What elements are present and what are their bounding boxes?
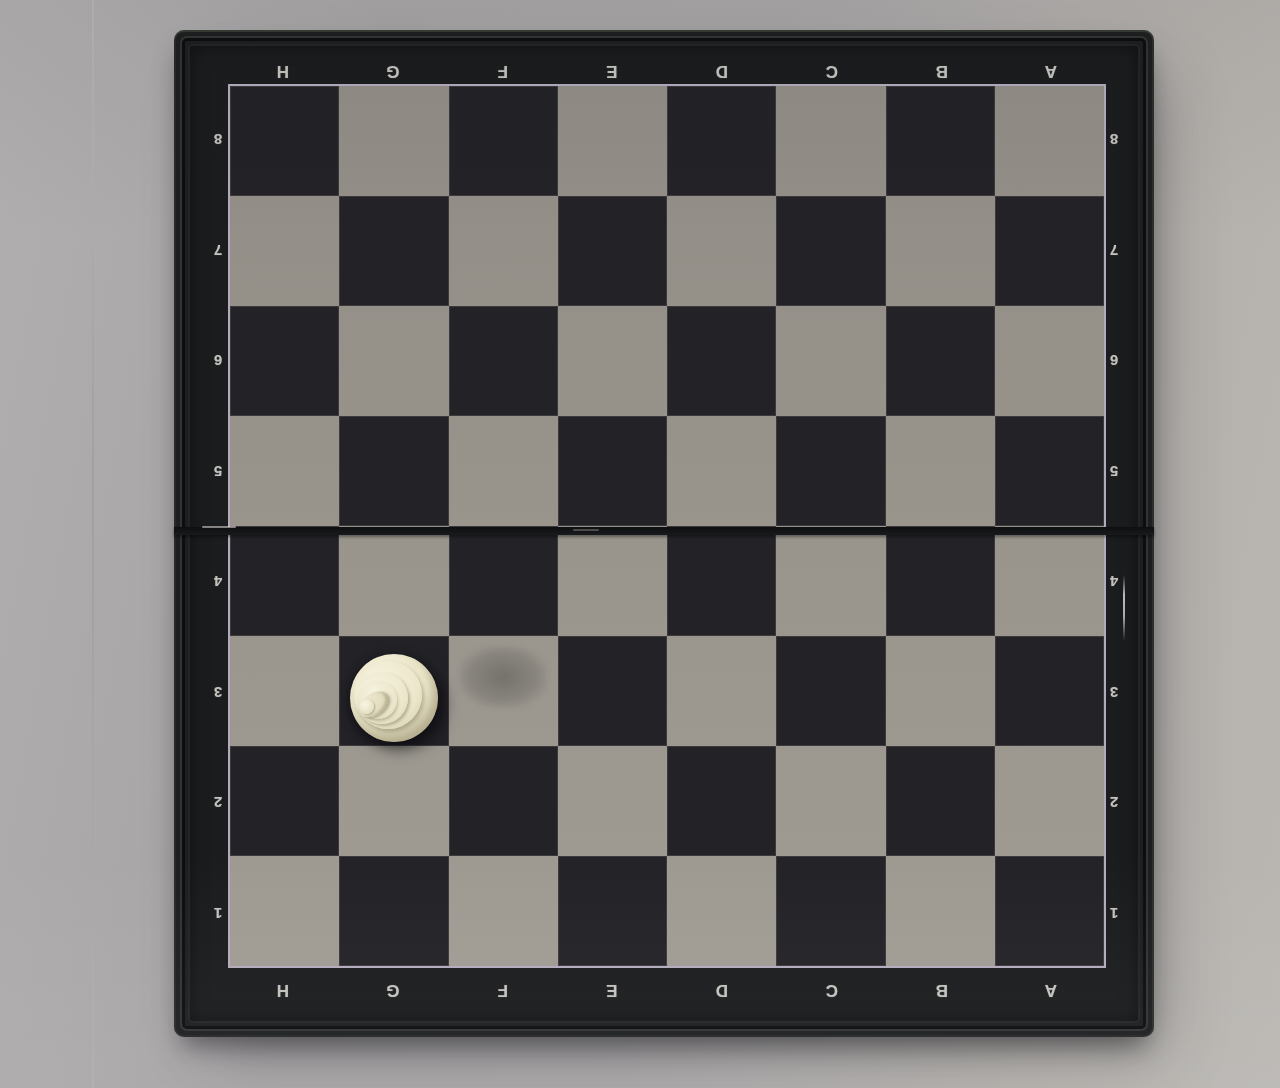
file-label: F xyxy=(448,61,558,81)
square-c2[interactable] xyxy=(776,746,885,856)
file-label: E xyxy=(557,980,667,1000)
rank-label: 8 xyxy=(208,84,228,195)
file-label: H xyxy=(228,980,338,1000)
file-label: G xyxy=(338,61,448,81)
seam-highlight-left xyxy=(202,526,236,528)
square-c5[interactable] xyxy=(776,416,885,526)
rank-label: 5 xyxy=(208,416,228,527)
rank-label: 2 xyxy=(1104,747,1124,858)
photo-backdrop: HGFEDCBA HGFEDCBA 87654321 87654321 ♔ xyxy=(0,0,1280,1088)
rank-label: 4 xyxy=(1104,526,1124,637)
square-b3[interactable] xyxy=(886,636,995,746)
square-f6[interactable] xyxy=(449,306,558,416)
square-a6[interactable] xyxy=(995,306,1104,416)
rank-label: 6 xyxy=(208,305,228,416)
square-e3[interactable] xyxy=(558,636,667,746)
rank-label: 2 xyxy=(208,747,228,858)
file-label: A xyxy=(996,61,1106,81)
square-h5[interactable] xyxy=(230,416,339,526)
square-b7[interactable] xyxy=(886,196,995,306)
hinge-highlight xyxy=(1123,575,1125,641)
square-g4[interactable] xyxy=(339,526,448,636)
square-a7[interactable] xyxy=(995,196,1104,306)
square-e4[interactable] xyxy=(558,526,667,636)
file-label: F xyxy=(448,980,558,1000)
rank-labels-right: 87654321 xyxy=(1104,84,1124,968)
square-a2[interactable] xyxy=(995,746,1104,856)
file-labels-bottom: HGFEDCBA xyxy=(228,980,1106,1000)
square-e8[interactable] xyxy=(558,86,667,196)
square-g6[interactable] xyxy=(339,306,448,416)
square-h4[interactable] xyxy=(230,526,339,636)
square-f5[interactable] xyxy=(449,416,558,526)
rank-label: 3 xyxy=(208,637,228,748)
file-label: E xyxy=(557,61,667,81)
square-g1[interactable] xyxy=(339,856,448,966)
file-label: G xyxy=(338,980,448,1000)
square-d2[interactable] xyxy=(667,746,776,856)
square-a5[interactable] xyxy=(995,416,1104,526)
square-c1[interactable] xyxy=(776,856,885,966)
square-a4[interactable] xyxy=(995,526,1104,636)
square-f8[interactable] xyxy=(449,86,558,196)
board-grid: ♔ xyxy=(230,86,1104,966)
backdrop-seam xyxy=(92,0,94,1088)
square-b4[interactable] xyxy=(886,526,995,636)
square-e5[interactable] xyxy=(558,416,667,526)
blur-shadow-f3 xyxy=(459,646,547,708)
square-e2[interactable] xyxy=(558,746,667,856)
square-d6[interactable] xyxy=(667,306,776,416)
square-g7[interactable] xyxy=(339,196,448,306)
rank-label: 8 xyxy=(1104,84,1124,195)
rank-label: 1 xyxy=(1104,858,1124,969)
file-label: C xyxy=(777,980,887,1000)
square-e1[interactable] xyxy=(558,856,667,966)
rank-label: 7 xyxy=(208,195,228,306)
square-c6[interactable] xyxy=(776,306,885,416)
square-g2[interactable] xyxy=(339,746,448,856)
square-d3[interactable] xyxy=(667,636,776,746)
rank-label: 4 xyxy=(208,526,228,637)
square-g3[interactable]: ♔ xyxy=(339,636,448,746)
file-label: D xyxy=(667,980,777,1000)
file-label: B xyxy=(887,61,997,81)
square-c3[interactable] xyxy=(776,636,885,746)
square-b6[interactable] xyxy=(886,306,995,416)
square-c4[interactable] xyxy=(776,526,885,636)
fold-seam xyxy=(174,527,1154,535)
square-b2[interactable] xyxy=(886,746,995,856)
chessboard-frame: HGFEDCBA HGFEDCBA 87654321 87654321 ♔ xyxy=(174,30,1154,1037)
square-f7[interactable] xyxy=(449,196,558,306)
square-h1[interactable] xyxy=(230,856,339,966)
square-g5[interactable] xyxy=(339,416,448,526)
rank-label: 5 xyxy=(1104,416,1124,527)
square-f1[interactable] xyxy=(449,856,558,966)
rank-label: 7 xyxy=(1104,195,1124,306)
square-a1[interactable] xyxy=(995,856,1104,966)
rank-label: 3 xyxy=(1104,637,1124,748)
square-e7[interactable] xyxy=(558,196,667,306)
square-c8[interactable] xyxy=(776,86,885,196)
file-label: H xyxy=(228,61,338,81)
square-h7[interactable] xyxy=(230,196,339,306)
white-king[interactable]: ♔ xyxy=(350,654,438,742)
file-label: D xyxy=(667,61,777,81)
square-b8[interactable] xyxy=(886,86,995,196)
rank-label: 6 xyxy=(1104,305,1124,416)
rank-label: 1 xyxy=(208,858,228,969)
square-d4[interactable] xyxy=(667,526,776,636)
square-h3[interactable] xyxy=(230,636,339,746)
file-label: B xyxy=(887,980,997,1000)
square-a3[interactable] xyxy=(995,636,1104,746)
seam-highlight-mid xyxy=(573,529,599,531)
square-d8[interactable] xyxy=(667,86,776,196)
square-a8[interactable] xyxy=(995,86,1104,196)
square-h2[interactable] xyxy=(230,746,339,856)
file-labels-top: HGFEDCBA xyxy=(228,61,1106,81)
file-label: C xyxy=(777,61,887,81)
square-b1[interactable] xyxy=(886,856,995,966)
square-d5[interactable] xyxy=(667,416,776,526)
square-e6[interactable] xyxy=(558,306,667,416)
square-d1[interactable] xyxy=(667,856,776,966)
square-c7[interactable] xyxy=(776,196,885,306)
square-h8[interactable] xyxy=(230,86,339,196)
square-f2[interactable] xyxy=(449,746,558,856)
square-f4[interactable] xyxy=(449,526,558,636)
square-d7[interactable] xyxy=(667,196,776,306)
square-b5[interactable] xyxy=(886,416,995,526)
playing-area: ♔ xyxy=(228,84,1106,968)
square-h6[interactable] xyxy=(230,306,339,416)
square-g8[interactable] xyxy=(339,86,448,196)
file-label: A xyxy=(996,980,1106,1000)
